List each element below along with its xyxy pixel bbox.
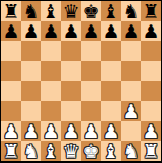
piece-black-rook: ♜: [142, 1, 159, 21]
piece-white-rook: ♜: [2, 141, 19, 161]
piece-white-pawn: ♟: [2, 121, 19, 141]
piece-black-rook: ♜: [2, 1, 19, 21]
piece-white-bishop: ♝: [42, 141, 59, 161]
piece-black-pawn: ♟: [122, 21, 139, 41]
square-f2[interactable]: ♟: [101, 121, 121, 141]
piece-white-bishop: ♝: [102, 141, 119, 161]
square-b2[interactable]: ♟: [21, 121, 41, 141]
piece-white-knight: ♞: [22, 141, 39, 161]
piece-white-pawn: ♟: [142, 121, 159, 141]
piece-black-pawn: ♟: [82, 21, 99, 41]
piece-black-knight: ♞: [22, 1, 39, 21]
piece-black-king: ♚: [82, 1, 99, 21]
piece-black-queen: ♛: [62, 1, 79, 21]
square-h1[interactable]: ♜: [141, 141, 161, 161]
board-frame: ♜♞♝♛♚♝♞♜♟♟♟♟♟♟♟♟♟♟♟♟♟♟♟♟♜♞♝♛♚♝♞♜: [0, 1, 162, 163]
square-b1[interactable]: ♞: [21, 141, 41, 161]
square-f1[interactable]: ♝: [101, 141, 121, 161]
piece-black-pawn: ♟: [42, 21, 59, 41]
square-a1[interactable]: ♜: [1, 141, 21, 161]
square-g2[interactable]: [121, 121, 141, 141]
piece-black-knight: ♞: [122, 1, 139, 21]
square-h7[interactable]: ♟: [141, 21, 161, 41]
piece-black-pawn: ♟: [142, 21, 159, 41]
square-a2[interactable]: ♟: [1, 121, 21, 141]
square-c4[interactable]: [41, 81, 61, 101]
chess-board: ♜♞♝♛♚♝♞♜♟♟♟♟♟♟♟♟♟♟♟♟♟♟♟♟♜♞♝♛♚♝♞♜: [1, 1, 161, 161]
square-c5[interactable]: [41, 61, 61, 81]
square-a7[interactable]: ♟: [1, 21, 21, 41]
square-c6[interactable]: [41, 41, 61, 61]
piece-black-bishop: ♝: [42, 1, 59, 21]
square-c8[interactable]: ♝: [41, 1, 61, 21]
square-d7[interactable]: ♟: [61, 21, 81, 41]
square-f8[interactable]: ♝: [101, 1, 121, 21]
square-c2[interactable]: ♟: [41, 121, 61, 141]
piece-white-pawn: ♟: [42, 121, 59, 141]
square-b5[interactable]: [21, 61, 41, 81]
square-h5[interactable]: [141, 61, 161, 81]
square-e3[interactable]: [81, 101, 101, 121]
piece-black-pawn: ♟: [62, 21, 79, 41]
square-e4[interactable]: [81, 81, 101, 101]
piece-black-bishop: ♝: [102, 1, 119, 21]
square-g3[interactable]: ♟: [121, 101, 141, 121]
square-a6[interactable]: [1, 41, 21, 61]
piece-white-pawn: ♟: [22, 121, 39, 141]
square-f6[interactable]: [101, 41, 121, 61]
piece-black-pawn: ♟: [22, 21, 39, 41]
square-b8[interactable]: ♞: [21, 1, 41, 21]
piece-white-queen: ♛: [62, 141, 79, 161]
square-a3[interactable]: [1, 101, 21, 121]
square-d3[interactable]: [61, 101, 81, 121]
square-c3[interactable]: [41, 101, 61, 121]
square-g6[interactable]: [121, 41, 141, 61]
square-e7[interactable]: ♟: [81, 21, 101, 41]
square-e2[interactable]: ♟: [81, 121, 101, 141]
square-h2[interactable]: ♟: [141, 121, 161, 141]
square-b3[interactable]: [21, 101, 41, 121]
square-e5[interactable]: [81, 61, 101, 81]
square-c1[interactable]: ♝: [41, 141, 61, 161]
square-e1[interactable]: ♚: [81, 141, 101, 161]
square-e8[interactable]: ♚: [81, 1, 101, 21]
square-g4[interactable]: [121, 81, 141, 101]
square-c7[interactable]: ♟: [41, 21, 61, 41]
piece-white-pawn: ♟: [62, 121, 79, 141]
square-b4[interactable]: [21, 81, 41, 101]
square-h4[interactable]: [141, 81, 161, 101]
square-f3[interactable]: [101, 101, 121, 121]
piece-white-knight: ♞: [122, 141, 139, 161]
square-e6[interactable]: [81, 41, 101, 61]
square-g7[interactable]: ♟: [121, 21, 141, 41]
square-g5[interactable]: [121, 61, 141, 81]
square-d5[interactable]: [61, 61, 81, 81]
square-g8[interactable]: ♞: [121, 1, 141, 21]
piece-white-king: ♚: [82, 141, 99, 161]
square-g1[interactable]: ♞: [121, 141, 141, 161]
square-a4[interactable]: [1, 81, 21, 101]
piece-white-pawn: ♟: [102, 121, 119, 141]
square-h8[interactable]: ♜: [141, 1, 161, 21]
square-f7[interactable]: ♟: [101, 21, 121, 41]
square-d2[interactable]: ♟: [61, 121, 81, 141]
square-d4[interactable]: [61, 81, 81, 101]
piece-white-pawn: ♟: [122, 101, 139, 121]
square-h3[interactable]: [141, 101, 161, 121]
square-b7[interactable]: ♟: [21, 21, 41, 41]
piece-black-pawn: ♟: [102, 21, 119, 41]
square-f5[interactable]: [101, 61, 121, 81]
piece-white-pawn: ♟: [82, 121, 99, 141]
square-b6[interactable]: [21, 41, 41, 61]
square-a8[interactable]: ♜: [1, 1, 21, 21]
square-d6[interactable]: [61, 41, 81, 61]
piece-black-pawn: ♟: [2, 21, 19, 41]
square-h6[interactable]: [141, 41, 161, 61]
piece-white-rook: ♜: [142, 141, 159, 161]
square-d1[interactable]: ♛: [61, 141, 81, 161]
square-d8[interactable]: ♛: [61, 1, 81, 21]
square-f4[interactable]: [101, 81, 121, 101]
square-a5[interactable]: [1, 61, 21, 81]
